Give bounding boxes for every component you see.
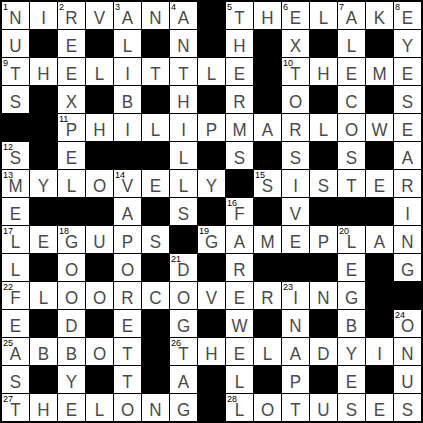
- cell-letter: A: [122, 205, 133, 225]
- cell-letter: E: [290, 9, 301, 29]
- cell-r7c11[interactable]: I: [282, 170, 309, 197]
- clue-number: 1: [3, 2, 8, 12]
- cell-r10c1[interactable]: L: [2, 254, 29, 281]
- black-cell-r14c4: [86, 366, 113, 393]
- black-cell-r6c2: [30, 142, 57, 169]
- cell-r12c1[interactable]: E: [2, 310, 29, 337]
- cell-r1c6[interactable]: N: [142, 2, 169, 29]
- cell-letter: U: [401, 373, 413, 393]
- cell-letter: Y: [66, 373, 77, 393]
- black-cell-r2c10: [254, 30, 281, 57]
- cell-r9c5[interactable]: P: [114, 226, 141, 253]
- cell-r1c11[interactable]: 6E: [282, 2, 309, 29]
- cell-r3c2[interactable]: H: [30, 58, 57, 85]
- cell-letter: R: [289, 121, 301, 141]
- cell-letter: N: [401, 233, 413, 253]
- cell-r8c5[interactable]: A: [114, 198, 141, 225]
- cell-letter: T: [122, 373, 132, 393]
- cell-letter: E: [290, 233, 301, 253]
- cell-letter: S: [346, 401, 357, 421]
- cell-r12c3[interactable]: D: [58, 310, 85, 337]
- cell-r1c1[interactable]: 1N: [2, 2, 29, 29]
- cell-r5c5[interactable]: I: [114, 114, 141, 141]
- cell-r11c6[interactable]: C: [142, 282, 169, 309]
- clue-number: 23: [283, 282, 293, 292]
- cell-r15c3[interactable]: E: [58, 394, 85, 421]
- cell-r7c12[interactable]: S: [310, 170, 337, 197]
- cell-r5c9[interactable]: M: [226, 114, 253, 141]
- cell-r9c8[interactable]: 19G: [198, 226, 225, 253]
- black-cell-r4c14: [366, 86, 393, 113]
- cell-r13c14[interactable]: I: [366, 338, 393, 365]
- cell-r14c9[interactable]: L: [226, 366, 253, 393]
- cell-r11c1[interactable]: 22F: [2, 282, 29, 309]
- cell-r15c11[interactable]: T: [282, 394, 309, 421]
- cell-r3c4[interactable]: L: [86, 58, 113, 85]
- black-cell-r4c12: [310, 86, 337, 113]
- cell-r8c7[interactable]: S: [170, 198, 197, 225]
- cell-letter: I: [41, 9, 46, 29]
- cell-r11c5[interactable]: R: [114, 282, 141, 309]
- black-cell-r8c8: [198, 198, 225, 225]
- cell-r10c5[interactable]: O: [114, 254, 141, 281]
- cell-letter: T: [10, 401, 20, 421]
- cell-r7c2[interactable]: Y: [30, 170, 57, 197]
- cell-letter: W: [371, 121, 387, 141]
- cell-r3c11[interactable]: 10T: [282, 58, 309, 85]
- cell-r5c15[interactable]: E: [394, 114, 421, 141]
- black-cell-r8c2: [30, 198, 57, 225]
- cell-r7c13[interactable]: T: [338, 170, 365, 197]
- cell-r13c15[interactable]: N: [394, 338, 421, 365]
- clue-number: 3: [115, 2, 120, 12]
- cell-r9c15[interactable]: N: [394, 226, 421, 253]
- cell-r1c3[interactable]: 2R: [58, 2, 85, 29]
- cell-letter: E: [402, 65, 413, 85]
- black-cell-r10c12: [310, 254, 337, 281]
- cell-letter: P: [318, 233, 329, 253]
- cell-r14c15[interactable]: U: [394, 366, 421, 393]
- cell-r14c7[interactable]: A: [170, 366, 197, 393]
- cell-r3c1[interactable]: 9T: [2, 58, 29, 85]
- cell-r5c7[interactable]: I: [170, 114, 197, 141]
- black-cell-r8c10: [254, 198, 281, 225]
- cell-letter: V: [206, 289, 217, 309]
- cell-r1c7[interactable]: 4A: [170, 2, 197, 29]
- cell-letter: L: [235, 373, 244, 393]
- cell-letter: H: [317, 65, 329, 85]
- cell-r11c4[interactable]: O: [86, 282, 113, 309]
- cell-r14c5[interactable]: T: [114, 366, 141, 393]
- cell-r3c15[interactable]: E: [394, 58, 421, 85]
- black-cell-r2c8: [198, 30, 225, 57]
- cell-letter: I: [293, 177, 298, 197]
- cell-letter: E: [66, 401, 77, 421]
- cell-r15c14[interactable]: E: [366, 394, 393, 421]
- cell-r7c8[interactable]: Y: [198, 170, 225, 197]
- black-cell-r7c9: [226, 170, 253, 197]
- clue-number: 6: [283, 2, 288, 12]
- cell-letter: H: [37, 401, 49, 421]
- cell-letter: N: [9, 9, 21, 29]
- cell-r4c11[interactable]: O: [282, 86, 309, 113]
- cell-r11c9[interactable]: E: [226, 282, 253, 309]
- cell-letter: A: [234, 233, 245, 253]
- cell-letter: E: [374, 401, 385, 421]
- cell-r6c11[interactable]: S: [282, 142, 309, 169]
- cell-r3c9[interactable]: E: [226, 58, 253, 85]
- cell-r1c13[interactable]: 7A: [338, 2, 365, 29]
- black-cell-r4c2: [30, 86, 57, 113]
- cell-letter: H: [233, 37, 245, 57]
- cell-r15c2[interactable]: H: [30, 394, 57, 421]
- cell-r11c12[interactable]: N: [310, 282, 337, 309]
- black-cell-r12c2: [30, 310, 57, 337]
- cell-letter: X: [290, 37, 301, 57]
- cell-r9c3[interactable]: 18G: [58, 226, 85, 253]
- cell-r14c3[interactable]: Y: [58, 366, 85, 393]
- black-cell-r8c3: [58, 198, 85, 225]
- cell-letter: L: [95, 65, 104, 85]
- cell-r7c5[interactable]: 14V: [114, 170, 141, 197]
- cell-r13c7[interactable]: 26T: [170, 338, 197, 365]
- cell-letter: E: [346, 65, 357, 85]
- black-cell-r12c14: [366, 310, 393, 337]
- cell-letter: R: [121, 289, 133, 309]
- black-cell-r6c14: [366, 142, 393, 169]
- cell-letter: O: [65, 261, 78, 281]
- cell-r3c5[interactable]: I: [114, 58, 141, 85]
- cell-letter: X: [66, 93, 77, 113]
- cell-r13c4[interactable]: O: [86, 338, 113, 365]
- black-cell-r4c6: [142, 86, 169, 113]
- cell-letter: A: [402, 149, 413, 169]
- cell-r7c7[interactable]: L: [170, 170, 197, 197]
- cell-r5c11[interactable]: R: [282, 114, 309, 141]
- clue-number: 2: [59, 2, 64, 12]
- cell-r8c9[interactable]: 16F: [226, 198, 253, 225]
- cell-letter: B: [66, 345, 77, 365]
- cell-letter: P: [66, 121, 77, 141]
- cell-r5c14[interactable]: W: [366, 114, 393, 141]
- cell-letter: B: [346, 317, 357, 337]
- cell-letter: O: [93, 289, 106, 309]
- black-cell-r12c12: [310, 310, 337, 337]
- cell-r10c9[interactable]: R: [226, 254, 253, 281]
- cell-letter: L: [235, 401, 244, 421]
- cell-r13c10[interactable]: L: [254, 338, 281, 365]
- cell-letter: T: [178, 345, 188, 365]
- black-cell-r12c8: [198, 310, 225, 337]
- cell-letter: G: [345, 289, 358, 309]
- black-cell-r1c8: [198, 2, 225, 29]
- cell-letter: L: [39, 289, 48, 309]
- cell-r13c9[interactable]: E: [226, 338, 253, 365]
- cell-letter: Y: [402, 37, 413, 57]
- cell-r3c8[interactable]: L: [198, 58, 225, 85]
- black-cell-r8c12: [310, 198, 337, 225]
- cell-letter: G: [65, 233, 78, 253]
- cell-letter: E: [346, 261, 357, 281]
- cell-r14c13[interactable]: E: [338, 366, 365, 393]
- cell-r10c7[interactable]: 21D: [170, 254, 197, 281]
- cell-letter: L: [179, 177, 188, 197]
- cell-letter: E: [374, 177, 385, 197]
- cell-letter: Y: [38, 177, 49, 197]
- cell-r6c9[interactable]: S: [226, 142, 253, 169]
- black-cell-r12c10: [254, 310, 281, 337]
- cell-r11c3[interactable]: O: [58, 282, 85, 309]
- cell-r6c3[interactable]: E: [58, 142, 85, 169]
- cell-r3c13[interactable]: E: [338, 58, 365, 85]
- cell-letter: S: [318, 177, 329, 197]
- cell-r13c8[interactable]: H: [198, 338, 225, 365]
- cell-letter: T: [150, 65, 160, 85]
- cell-r4c15[interactable]: S: [394, 86, 421, 113]
- cell-r2c9[interactable]: H: [226, 30, 253, 57]
- cell-letter: D: [177, 261, 189, 281]
- cell-letter: L: [11, 233, 20, 253]
- black-cell-r10c14: [366, 254, 393, 281]
- cell-r8c11[interactable]: V: [282, 198, 309, 225]
- cell-r9c14[interactable]: A: [366, 226, 393, 253]
- cell-r1c4[interactable]: V: [86, 2, 113, 29]
- cell-letter: R: [65, 9, 77, 29]
- cell-r4c13[interactable]: C: [338, 86, 365, 113]
- cell-r5c13[interactable]: O: [338, 114, 365, 141]
- cell-r9c12[interactable]: P: [310, 226, 337, 253]
- black-cell-r6c4: [86, 142, 113, 169]
- cell-r13c11[interactable]: A: [282, 338, 309, 365]
- cell-r4c9[interactable]: R: [226, 86, 253, 113]
- cell-r5c12[interactable]: L: [310, 114, 337, 141]
- cell-r7c10[interactable]: 15S: [254, 170, 281, 197]
- black-cell-r6c5: [114, 142, 141, 169]
- cell-letter: O: [93, 345, 106, 365]
- cell-r3c14[interactable]: M: [366, 58, 393, 85]
- cell-letter: N: [149, 401, 161, 421]
- cell-r15c9[interactable]: 28L: [226, 394, 253, 421]
- black-cell-r10c10: [254, 254, 281, 281]
- cell-letter: N: [177, 37, 189, 57]
- cell-letter: S: [178, 205, 189, 225]
- cell-r11c11[interactable]: 23I: [282, 282, 309, 309]
- black-cell-r10c11: [282, 254, 309, 281]
- cell-letter: R: [261, 289, 273, 309]
- cell-letter: S: [234, 149, 245, 169]
- cell-r4c7[interactable]: H: [170, 86, 197, 113]
- cell-r12c15[interactable]: 24O: [394, 310, 421, 337]
- cell-letter: E: [66, 149, 77, 169]
- cell-letter: A: [290, 345, 301, 365]
- black-cell-r5c2: [30, 114, 57, 141]
- cell-letter: R: [233, 93, 245, 113]
- cell-letter: S: [10, 93, 21, 113]
- cell-letter: L: [319, 9, 328, 29]
- cell-r13c13[interactable]: Y: [338, 338, 365, 365]
- cell-r2c11[interactable]: X: [282, 30, 309, 57]
- cell-letter: E: [10, 317, 21, 337]
- cell-r9c6[interactable]: S: [142, 226, 169, 253]
- cell-r10c15[interactable]: G: [394, 254, 421, 281]
- black-cell-r2c4: [86, 30, 113, 57]
- cell-r8c1[interactable]: E: [2, 198, 29, 225]
- black-cell-r10c4: [86, 254, 113, 281]
- cell-r3c6[interactable]: T: [142, 58, 169, 85]
- cell-r15c4[interactable]: L: [86, 394, 113, 421]
- cell-letter: S: [10, 149, 21, 169]
- cell-letter: K: [374, 9, 385, 29]
- cell-r7c6[interactable]: E: [142, 170, 169, 197]
- cell-letter: L: [207, 65, 216, 85]
- cell-r15c7[interactable]: G: [170, 394, 197, 421]
- cell-r4c5[interactable]: B: [114, 86, 141, 113]
- cell-letter: T: [290, 401, 300, 421]
- cell-letter: B: [122, 93, 133, 113]
- cell-r15c1[interactable]: 27T: [2, 394, 29, 421]
- cell-letter: I: [377, 345, 382, 365]
- cell-r4c3[interactable]: X: [58, 86, 85, 113]
- cell-letter: N: [149, 9, 161, 29]
- cell-r15c13[interactable]: S: [338, 394, 365, 421]
- cell-r14c1[interactable]: S: [2, 366, 29, 393]
- cell-r15c5[interactable]: O: [114, 394, 141, 421]
- cell-letter: M: [372, 65, 386, 85]
- cell-r6c7[interactable]: L: [170, 142, 197, 169]
- cell-r1c14[interactable]: K: [366, 2, 393, 29]
- cell-r2c1[interactable]: U: [2, 30, 29, 57]
- cell-r5c10[interactable]: A: [254, 114, 281, 141]
- black-cell-r3c10: [254, 58, 281, 85]
- cell-r5c4[interactable]: H: [86, 114, 113, 141]
- black-cell-r14c12: [310, 366, 337, 393]
- cell-r6c15[interactable]: A: [394, 142, 421, 169]
- cell-r15c10[interactable]: O: [254, 394, 281, 421]
- cell-r1c12[interactable]: L: [310, 2, 337, 29]
- cell-r9c1[interactable]: 17L: [2, 226, 29, 253]
- black-cell-r4c8: [198, 86, 225, 113]
- cell-letter: L: [123, 37, 132, 57]
- cell-letter: I: [405, 205, 410, 225]
- cell-r11c10[interactable]: R: [254, 282, 281, 309]
- cell-letter: T: [122, 345, 132, 365]
- cell-r1c5[interactable]: 3A: [114, 2, 141, 29]
- cell-r3c12[interactable]: H: [310, 58, 337, 85]
- cell-letter: E: [234, 65, 245, 85]
- black-cell-r4c10: [254, 86, 281, 113]
- cell-r12c7[interactable]: G: [170, 310, 197, 337]
- cell-r1c15[interactable]: 8E: [394, 2, 421, 29]
- cell-letter: L: [67, 177, 76, 197]
- cell-letter: O: [345, 121, 358, 141]
- cell-r1c2[interactable]: I: [30, 2, 57, 29]
- cell-letter: G: [177, 317, 190, 337]
- cell-r9c11[interactable]: E: [282, 226, 309, 253]
- cell-letter: E: [10, 205, 21, 225]
- cell-r13c5[interactable]: T: [114, 338, 141, 365]
- cell-r6c13[interactable]: S: [338, 142, 365, 169]
- cell-letter: O: [177, 289, 190, 309]
- cell-r12c9[interactable]: W: [226, 310, 253, 337]
- cell-r8c15[interactable]: I: [394, 198, 421, 225]
- cell-r4c1[interactable]: S: [2, 86, 29, 113]
- cell-r11c13[interactable]: G: [338, 282, 365, 309]
- cell-r9c4[interactable]: U: [86, 226, 113, 253]
- black-cell-r5c1: [2, 114, 29, 141]
- cell-r7c15[interactable]: R: [394, 170, 421, 197]
- cell-r2c7[interactable]: N: [170, 30, 197, 57]
- cell-r3c7[interactable]: T: [170, 58, 197, 85]
- cell-r5c3[interactable]: 11P: [58, 114, 85, 141]
- cell-r3c3[interactable]: E: [58, 58, 85, 85]
- cell-letter: T: [178, 65, 188, 85]
- cell-letter: A: [10, 345, 21, 365]
- cell-r5c6[interactable]: L: [142, 114, 169, 141]
- cell-letter: O: [121, 261, 134, 281]
- black-cell-r14c10: [254, 366, 281, 393]
- cell-r7c3[interactable]: L: [58, 170, 85, 197]
- cell-letter: S: [346, 149, 357, 169]
- cell-r12c13[interactable]: B: [338, 310, 365, 337]
- cell-letter: M: [260, 233, 274, 253]
- cell-r13c3[interactable]: B: [58, 338, 85, 365]
- cell-letter: H: [93, 121, 105, 141]
- cell-r2c3[interactable]: E: [58, 30, 85, 57]
- cell-letter: O: [65, 289, 78, 309]
- cell-r5c8[interactable]: P: [198, 114, 225, 141]
- cell-r2c13[interactable]: L: [338, 30, 365, 57]
- black-cell-r10c2: [30, 254, 57, 281]
- cell-r12c5[interactable]: E: [114, 310, 141, 337]
- cell-r11c7[interactable]: O: [170, 282, 197, 309]
- cell-r13c12[interactable]: D: [310, 338, 337, 365]
- black-cell-r8c6: [142, 198, 169, 225]
- cell-r9c9[interactable]: A: [226, 226, 253, 253]
- cell-r1c9[interactable]: 5T: [226, 2, 253, 29]
- cell-r9c10[interactable]: M: [254, 226, 281, 253]
- black-cell-r12c6: [142, 310, 169, 337]
- black-cell-r2c12: [310, 30, 337, 57]
- cell-r15c12[interactable]: U: [310, 394, 337, 421]
- cell-r7c4[interactable]: O: [86, 170, 113, 197]
- cell-r15c6[interactable]: N: [142, 394, 169, 421]
- cell-letter: H: [177, 93, 189, 113]
- cell-r2c5[interactable]: L: [114, 30, 141, 57]
- cell-r11c8[interactable]: V: [198, 282, 225, 309]
- cell-letter: H: [205, 345, 217, 365]
- black-cell-r11c14: [366, 282, 393, 309]
- cell-r7c14[interactable]: E: [366, 170, 393, 197]
- cell-letter: L: [319, 121, 328, 141]
- cell-r7c1[interactable]: 13M: [2, 170, 29, 197]
- cell-r6c1[interactable]: 12S: [2, 142, 29, 169]
- clue-number: 9: [3, 58, 8, 68]
- cell-letter: V: [290, 205, 301, 225]
- cell-r12c11[interactable]: N: [282, 310, 309, 337]
- cell-r13c2[interactable]: B: [30, 338, 57, 365]
- cell-letter: T: [234, 9, 244, 29]
- cell-r15c15[interactable]: S: [394, 394, 421, 421]
- cell-r9c2[interactable]: E: [30, 226, 57, 253]
- cell-r14c11[interactable]: P: [282, 366, 309, 393]
- cell-r2c15[interactable]: Y: [394, 30, 421, 57]
- cell-r10c3[interactable]: O: [58, 254, 85, 281]
- cell-r13c1[interactable]: 25A: [2, 338, 29, 365]
- cell-r1c10[interactable]: H: [254, 2, 281, 29]
- cell-r9c13[interactable]: 20L: [338, 226, 365, 253]
- cell-r11c2[interactable]: L: [30, 282, 57, 309]
- cell-r10c13[interactable]: E: [338, 254, 365, 281]
